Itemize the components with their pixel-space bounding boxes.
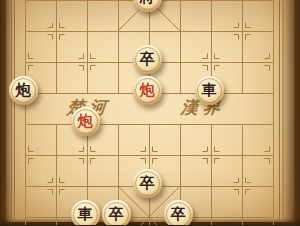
piece-black-pawn[interactable]: 卒 (102, 200, 131, 226)
piece-black-pawn[interactable]: 卒 (164, 200, 193, 226)
piece-character: 炮 (16, 83, 31, 98)
piece-black-pawn[interactable]: 卒 (133, 45, 162, 74)
piece-character: 炮 (140, 83, 155, 98)
piece-black-cannon[interactable]: 炮 (9, 76, 38, 105)
piece-character: 車 (78, 207, 93, 222)
piece-character: 卒 (171, 207, 186, 222)
piece-red-cannon[interactable]: 炮 (133, 76, 162, 105)
piece-black-pawn[interactable]: 卒 (133, 169, 162, 198)
piece-character: 卒 (109, 207, 124, 222)
piece-black-rook[interactable]: 車 (195, 76, 224, 105)
piece-character: 卒 (140, 52, 155, 67)
piece-character: 炮 (78, 114, 93, 129)
piece-black-rook[interactable]: 車 (71, 200, 100, 226)
piece-red-cannon[interactable]: 炮 (71, 107, 100, 136)
xiangqi-board[interactable]: 楚河 漢界 將卒炮炮車炮卒車卒卒 (0, 0, 300, 225)
piece-character: 將 (140, 0, 155, 5)
piece-character: 卒 (140, 176, 155, 191)
piece-character: 車 (202, 83, 217, 98)
